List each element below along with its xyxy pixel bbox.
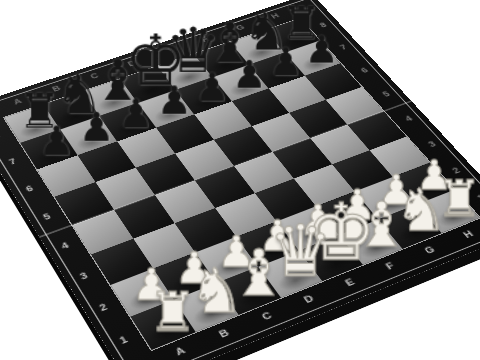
rank-label-5: 5 — [373, 87, 401, 102]
square-a7[interactable]: ♟ — [20, 129, 77, 169]
rank-label-3: 3 — [68, 267, 100, 286]
rank-label-7: 7 — [0, 154, 28, 170]
chess-set-photo: ♜♞♝♚♛♝♞♜♟♟♟♟♟♟♟♟♟♟♟♟♟♟♟♟♜♞♝♛♚♝♞♜ AABBCCD… — [68, 8, 412, 352]
piece-white-rook[interactable]: ♜ — [129, 285, 216, 339]
chess-board: ♜♞♝♚♛♝♞♜♟♟♟♟♟♟♟♟♟♟♟♟♟♟♟♟♜♞♝♛♚♝♞♜ AABBCCD… — [0, 0, 480, 360]
rank-label-5: 5 — [32, 208, 63, 225]
rank-label-4: 4 — [50, 237, 81, 255]
square-a1[interactable]: ♜ — [131, 300, 196, 350]
rank-label-4: 4 — [395, 111, 423, 126]
rank-label-3: 3 — [418, 136, 447, 152]
piece-black-pawn[interactable]: ♟ — [18, 121, 96, 161]
rank-label-6: 6 — [15, 180, 45, 197]
